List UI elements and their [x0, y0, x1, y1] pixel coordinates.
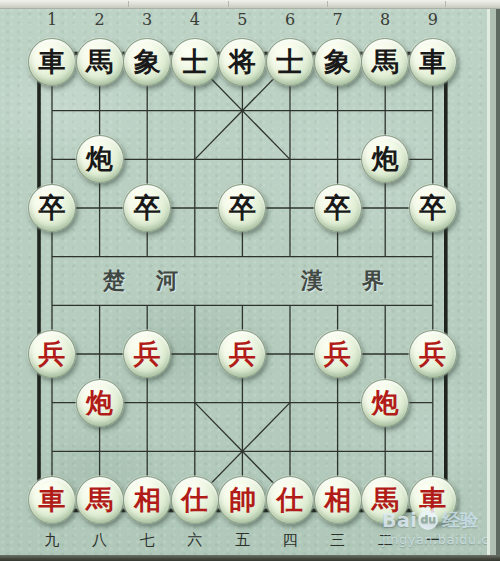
piece-glyph: 炮	[77, 136, 123, 182]
piece-black-elephant[interactable]: 象	[314, 38, 362, 86]
top-edge-divider	[445, 1, 446, 7]
piece-red-cannon[interactable]: 炮	[361, 379, 409, 427]
window-top-edge	[0, 0, 500, 9]
file-label-top-4: 4	[190, 10, 200, 29]
piece-red-elephant[interactable]: 相	[123, 476, 171, 524]
piece-red-general[interactable]: 帥	[218, 476, 266, 524]
piece-glyph: 象	[315, 39, 361, 85]
piece-glyph: 仕	[267, 477, 313, 523]
piece-glyph: 卒	[410, 185, 456, 231]
xiangqi-app-window: 123456789九八七六五四三二一 楚河漢界 車馬象士将士象馬車炮炮卒卒卒卒卒…	[0, 0, 500, 561]
baidu-logo: Bai du 经验	[382, 509, 500, 531]
piece-red-soldier[interactable]: 兵	[409, 330, 457, 378]
top-edge-divider	[128, 1, 129, 7]
piece-glyph: 帥	[219, 477, 265, 523]
piece-glyph: 相	[315, 477, 361, 523]
piece-red-soldier[interactable]: 兵	[123, 330, 171, 378]
piece-red-soldier[interactable]: 兵	[314, 330, 362, 378]
piece-glyph: 炮	[362, 136, 408, 182]
piece-glyph: 兵	[315, 331, 361, 377]
baidu-logo-du: du	[420, 510, 436, 530]
river-char-1: 楚	[103, 266, 125, 296]
file-label-top-1: 1	[47, 10, 57, 29]
river-char-2: 河	[156, 266, 178, 296]
piece-glyph: 兵	[219, 331, 265, 377]
piece-black-chariot[interactable]: 車	[409, 38, 457, 86]
piece-glyph: 卒	[315, 185, 361, 231]
piece-red-chariot[interactable]: 車	[28, 476, 76, 524]
piece-red-advisor[interactable]: 仕	[266, 476, 314, 524]
baidu-logo-jingyan: 经验	[442, 508, 478, 532]
river-char-4: 界	[362, 266, 384, 296]
piece-black-soldier[interactable]: 卒	[218, 184, 266, 232]
piece-black-horse[interactable]: 馬	[76, 38, 124, 86]
piece-glyph: 将	[219, 39, 265, 85]
piece-glyph: 車	[29, 477, 75, 523]
piece-glyph: 炮	[77, 380, 123, 426]
piece-glyph: 卒	[29, 185, 75, 231]
piece-red-soldier[interactable]: 兵	[218, 330, 266, 378]
file-label-bottom-5: 五	[235, 531, 250, 550]
piece-glyph: 仕	[172, 477, 218, 523]
piece-glyph: 兵	[29, 331, 75, 377]
file-label-bottom-2: 八	[92, 531, 107, 550]
piece-glyph: 車	[29, 39, 75, 85]
file-label-top-2: 2	[95, 10, 105, 29]
window-right-edge	[487, 8, 500, 561]
piece-black-advisor[interactable]: 士	[266, 38, 314, 86]
file-label-top-6: 6	[285, 10, 295, 29]
piece-red-cannon[interactable]: 炮	[76, 379, 124, 427]
window-bottom-edge	[0, 555, 500, 561]
baidu-logo-bai: Bai	[382, 509, 417, 531]
piece-glyph: 卒	[219, 185, 265, 231]
piece-black-soldier[interactable]: 卒	[123, 184, 171, 232]
file-label-bottom-4: 六	[187, 531, 202, 550]
file-label-top-8: 8	[380, 10, 390, 29]
piece-black-general[interactable]: 将	[218, 38, 266, 86]
piece-black-chariot[interactable]: 車	[28, 38, 76, 86]
piece-glyph: 士	[267, 39, 313, 85]
file-label-bottom-6: 四	[283, 531, 298, 550]
piece-red-soldier[interactable]: 兵	[28, 330, 76, 378]
piece-black-soldier[interactable]: 卒	[28, 184, 76, 232]
piece-black-elephant[interactable]: 象	[123, 38, 171, 86]
piece-red-advisor[interactable]: 仕	[171, 476, 219, 524]
file-label-top-5: 5	[237, 10, 247, 29]
piece-black-advisor[interactable]: 士	[171, 38, 219, 86]
piece-glyph: 相	[124, 477, 170, 523]
piece-red-horse[interactable]: 馬	[76, 476, 124, 524]
file-label-top-7: 7	[333, 10, 343, 29]
piece-red-elephant[interactable]: 相	[314, 476, 362, 524]
file-label-bottom-1: 九	[45, 531, 60, 550]
piece-glyph: 車	[410, 39, 456, 85]
file-label-top-9: 9	[428, 10, 438, 29]
piece-glyph: 馬	[77, 39, 123, 85]
piece-black-soldier[interactable]: 卒	[314, 184, 362, 232]
file-label-bottom-3: 七	[140, 531, 155, 550]
piece-black-horse[interactable]: 馬	[361, 38, 409, 86]
piece-glyph: 馬	[362, 39, 408, 85]
baidu-jingyan-watermark: Bai du 经验 jingyan.baidu.com	[382, 509, 500, 547]
piece-glyph: 炮	[362, 380, 408, 426]
piece-black-cannon[interactable]: 炮	[361, 135, 409, 183]
piece-glyph: 象	[124, 39, 170, 85]
file-label-bottom-7: 三	[330, 531, 345, 550]
baidu-paw-icon: du	[418, 510, 438, 530]
river-char-3: 漢	[301, 266, 323, 296]
piece-black-cannon[interactable]: 炮	[76, 135, 124, 183]
top-edge-divider	[228, 1, 229, 7]
piece-glyph: 卒	[124, 185, 170, 231]
piece-glyph: 兵	[124, 331, 170, 377]
piece-glyph: 士	[172, 39, 218, 85]
piece-black-soldier[interactable]: 卒	[409, 184, 457, 232]
piece-glyph: 兵	[410, 331, 456, 377]
file-label-top-3: 3	[142, 10, 152, 29]
top-edge-divider	[327, 1, 328, 7]
watermark-url: jingyan.baidu.com	[382, 532, 500, 547]
piece-glyph: 馬	[77, 477, 123, 523]
